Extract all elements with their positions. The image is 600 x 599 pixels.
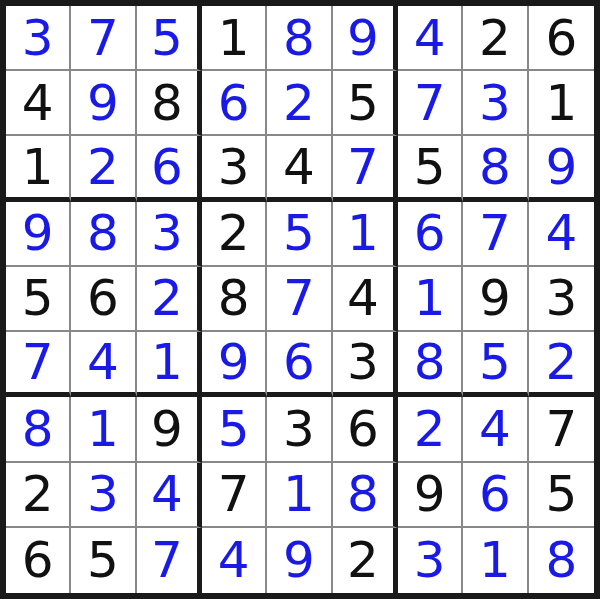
sudoku-cell[interactable]: 6 bbox=[463, 463, 528, 528]
sudoku-cell[interactable]: 8 bbox=[333, 463, 398, 528]
sudoku-cell[interactable]: 3 bbox=[71, 463, 136, 528]
sudoku-cell[interactable]: 1 bbox=[529, 71, 594, 136]
sudoku-cell[interactable]: 3 bbox=[6, 6, 71, 71]
sudoku-cell[interactable]: 6 bbox=[202, 71, 267, 136]
sudoku-cell[interactable]: 1 bbox=[463, 528, 528, 593]
sudoku-board: 3751894264986257311263475899832516745628… bbox=[0, 0, 600, 599]
sudoku-cell[interactable]: 2 bbox=[137, 267, 202, 332]
sudoku-cell[interactable]: 5 bbox=[267, 202, 332, 267]
sudoku-cell[interactable]: 7 bbox=[529, 397, 594, 462]
sudoku-cell[interactable]: 2 bbox=[463, 6, 528, 71]
sudoku-cell[interactable]: 5 bbox=[71, 528, 136, 593]
sudoku-cell[interactable]: 6 bbox=[333, 397, 398, 462]
sudoku-cell[interactable]: 9 bbox=[202, 332, 267, 397]
sudoku-cell[interactable]: 7 bbox=[398, 71, 463, 136]
sudoku-cell[interactable]: 4 bbox=[267, 136, 332, 201]
sudoku-cell[interactable]: 5 bbox=[6, 267, 71, 332]
sudoku-cell[interactable]: 4 bbox=[137, 463, 202, 528]
sudoku-cell[interactable]: 8 bbox=[6, 397, 71, 462]
sudoku-cell[interactable]: 3 bbox=[202, 136, 267, 201]
sudoku-cell[interactable]: 4 bbox=[333, 267, 398, 332]
sudoku-cell[interactable]: 1 bbox=[398, 267, 463, 332]
sudoku-cell[interactable]: 1 bbox=[267, 463, 332, 528]
sudoku-cell[interactable]: 7 bbox=[202, 463, 267, 528]
sudoku-cell[interactable]: 7 bbox=[137, 528, 202, 593]
sudoku-cell[interactable]: 7 bbox=[6, 332, 71, 397]
sudoku-cell[interactable]: 8 bbox=[267, 6, 332, 71]
sudoku-cell[interactable]: 5 bbox=[202, 397, 267, 462]
sudoku-cell[interactable]: 8 bbox=[202, 267, 267, 332]
sudoku-cell[interactable]: 9 bbox=[529, 136, 594, 201]
sudoku-cell[interactable]: 7 bbox=[71, 6, 136, 71]
sudoku-cell[interactable]: 6 bbox=[71, 267, 136, 332]
sudoku-cell[interactable]: 6 bbox=[137, 136, 202, 201]
sudoku-cell[interactable]: 1 bbox=[202, 6, 267, 71]
sudoku-cell[interactable]: 7 bbox=[463, 202, 528, 267]
sudoku-cell[interactable]: 4 bbox=[202, 528, 267, 593]
sudoku-cell[interactable]: 2 bbox=[202, 202, 267, 267]
sudoku-cell[interactable]: 4 bbox=[529, 202, 594, 267]
sudoku-cell[interactable]: 2 bbox=[267, 71, 332, 136]
sudoku-cell[interactable]: 1 bbox=[333, 202, 398, 267]
sudoku-cell[interactable]: 5 bbox=[529, 463, 594, 528]
sudoku-cell[interactable]: 9 bbox=[398, 463, 463, 528]
sudoku-cell[interactable]: 8 bbox=[529, 528, 594, 593]
sudoku-cell[interactable]: 2 bbox=[398, 397, 463, 462]
sudoku-cell[interactable]: 3 bbox=[463, 71, 528, 136]
sudoku-cell[interactable]: 9 bbox=[333, 6, 398, 71]
sudoku-cell[interactable]: 9 bbox=[137, 397, 202, 462]
sudoku-cell[interactable]: 3 bbox=[333, 332, 398, 397]
sudoku-cell[interactable]: 8 bbox=[398, 332, 463, 397]
sudoku-cell[interactable]: 1 bbox=[71, 397, 136, 462]
sudoku-cell[interactable]: 9 bbox=[463, 267, 528, 332]
sudoku-cell[interactable]: 3 bbox=[267, 397, 332, 462]
sudoku-cell[interactable]: 3 bbox=[398, 528, 463, 593]
sudoku-cell[interactable]: 2 bbox=[71, 136, 136, 201]
sudoku-cell[interactable]: 5 bbox=[333, 71, 398, 136]
sudoku-cell[interactable]: 8 bbox=[71, 202, 136, 267]
sudoku-cell[interactable]: 2 bbox=[333, 528, 398, 593]
sudoku-cell[interactable]: 9 bbox=[71, 71, 136, 136]
sudoku-cell[interactable]: 3 bbox=[529, 267, 594, 332]
sudoku-cell[interactable]: 6 bbox=[398, 202, 463, 267]
sudoku-cell[interactable]: 4 bbox=[71, 332, 136, 397]
sudoku-cell[interactable]: 7 bbox=[333, 136, 398, 201]
sudoku-cell[interactable]: 5 bbox=[398, 136, 463, 201]
sudoku-cell[interactable]: 2 bbox=[6, 463, 71, 528]
sudoku-cell[interactable]: 4 bbox=[398, 6, 463, 71]
sudoku-cell[interactable]: 8 bbox=[137, 71, 202, 136]
sudoku-cell[interactable]: 6 bbox=[6, 528, 71, 593]
sudoku-cell[interactable]: 8 bbox=[463, 136, 528, 201]
sudoku-cell[interactable]: 5 bbox=[463, 332, 528, 397]
sudoku-cell[interactable]: 1 bbox=[6, 136, 71, 201]
sudoku-cell[interactable]: 4 bbox=[6, 71, 71, 136]
sudoku-cell[interactable]: 9 bbox=[6, 202, 71, 267]
sudoku-cell[interactable]: 5 bbox=[137, 6, 202, 71]
sudoku-cell[interactable]: 6 bbox=[267, 332, 332, 397]
sudoku-cell[interactable]: 1 bbox=[137, 332, 202, 397]
sudoku-cell[interactable]: 9 bbox=[267, 528, 332, 593]
sudoku-cell[interactable]: 4 bbox=[463, 397, 528, 462]
sudoku-cell[interactable]: 3 bbox=[137, 202, 202, 267]
sudoku-cell[interactable]: 7 bbox=[267, 267, 332, 332]
sudoku-cell[interactable]: 6 bbox=[529, 6, 594, 71]
sudoku-cell[interactable]: 2 bbox=[529, 332, 594, 397]
